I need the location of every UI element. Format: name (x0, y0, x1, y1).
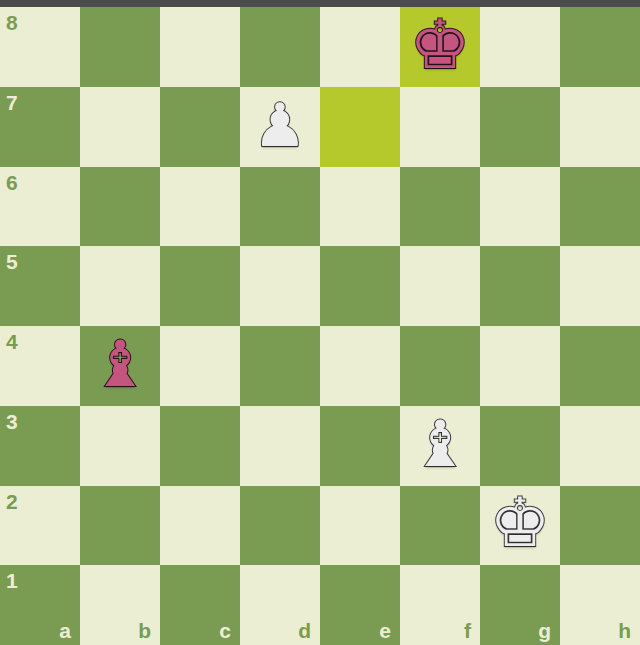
rank-label-6: 6 (6, 172, 18, 193)
square-b2[interactable] (80, 486, 160, 566)
square-f2[interactable] (400, 486, 480, 566)
square-h3[interactable] (560, 406, 640, 486)
square-g3[interactable] (480, 406, 560, 486)
file-label-b: b (138, 620, 151, 641)
square-h1[interactable]: h (560, 565, 640, 645)
rank-label-3: 3 (6, 411, 18, 432)
chess-board: 8♚7♟654♝3♝2♚1abcdefgh (0, 7, 640, 645)
square-f5[interactable] (400, 246, 480, 326)
square-h7[interactable] (560, 87, 640, 167)
square-c6[interactable] (160, 167, 240, 247)
file-label-h: h (618, 620, 631, 641)
square-b7[interactable] (80, 87, 160, 167)
square-e8[interactable] (320, 7, 400, 87)
square-f4[interactable] (400, 326, 480, 406)
square-c5[interactable] (160, 246, 240, 326)
square-a6[interactable]: 6 (0, 167, 80, 247)
square-g1[interactable]: g (480, 565, 560, 645)
square-a8[interactable]: 8 (0, 7, 80, 87)
rank-label-2: 2 (6, 491, 18, 512)
square-e7[interactable] (320, 87, 400, 167)
square-d3[interactable] (240, 406, 320, 486)
square-a7[interactable]: 7 (0, 87, 80, 167)
piece-white-bishop-f3[interactable]: ♝ (411, 412, 468, 476)
square-d6[interactable] (240, 167, 320, 247)
square-a5[interactable]: 5 (0, 246, 80, 326)
square-f1[interactable]: f (400, 565, 480, 645)
square-d5[interactable] (240, 246, 320, 326)
rank-label-4: 4 (6, 331, 18, 352)
piece-black-bishop-b4[interactable]: ♝ (91, 332, 148, 396)
chess-app-window: 8♚7♟654♝3♝2♚1abcdefgh (0, 0, 640, 645)
square-f7[interactable] (400, 87, 480, 167)
square-b1[interactable]: b (80, 565, 160, 645)
square-a4[interactable]: 4 (0, 326, 80, 406)
square-e6[interactable] (320, 167, 400, 247)
square-g4[interactable] (480, 326, 560, 406)
square-e2[interactable] (320, 486, 400, 566)
square-d8[interactable] (240, 7, 320, 87)
square-g2[interactable]: ♚ (480, 486, 560, 566)
square-g8[interactable] (480, 7, 560, 87)
square-h4[interactable] (560, 326, 640, 406)
square-e1[interactable]: e (320, 565, 400, 645)
square-e5[interactable] (320, 246, 400, 326)
file-label-f: f (464, 620, 471, 641)
square-d1[interactable]: d (240, 565, 320, 645)
square-e3[interactable] (320, 406, 400, 486)
square-a3[interactable]: 3 (0, 406, 80, 486)
square-b5[interactable] (80, 246, 160, 326)
square-h5[interactable] (560, 246, 640, 326)
square-b4[interactable]: ♝ (80, 326, 160, 406)
square-b8[interactable] (80, 7, 160, 87)
square-a1[interactable]: 1a (0, 565, 80, 645)
file-label-d: d (298, 620, 311, 641)
square-f3[interactable]: ♝ (400, 406, 480, 486)
rank-label-7: 7 (6, 92, 18, 113)
square-h2[interactable] (560, 486, 640, 566)
file-label-a: a (59, 620, 71, 641)
file-label-g: g (538, 620, 551, 641)
square-c3[interactable] (160, 406, 240, 486)
square-f8[interactable]: ♚ (400, 7, 480, 87)
square-c7[interactable] (160, 87, 240, 167)
square-c4[interactable] (160, 326, 240, 406)
square-g6[interactable] (480, 167, 560, 247)
square-h6[interactable] (560, 167, 640, 247)
piece-white-pawn-d7[interactable]: ♟ (253, 95, 307, 155)
square-b6[interactable] (80, 167, 160, 247)
square-a2[interactable]: 2 (0, 486, 80, 566)
file-label-c: c (219, 620, 231, 641)
piece-white-king-g2[interactable]: ♚ (490, 489, 551, 557)
rank-label-1: 1 (6, 570, 18, 591)
square-h8[interactable] (560, 7, 640, 87)
square-b3[interactable] (80, 406, 160, 486)
square-g5[interactable] (480, 246, 560, 326)
square-c2[interactable] (160, 486, 240, 566)
square-g7[interactable] (480, 87, 560, 167)
square-c1[interactable]: c (160, 565, 240, 645)
square-d2[interactable] (240, 486, 320, 566)
square-d4[interactable] (240, 326, 320, 406)
square-e4[interactable] (320, 326, 400, 406)
rank-label-8: 8 (6, 12, 18, 33)
window-top-bar (0, 0, 640, 7)
square-f6[interactable] (400, 167, 480, 247)
piece-black-king-f8[interactable]: ♚ (410, 11, 471, 79)
square-d7[interactable]: ♟ (240, 87, 320, 167)
file-label-e: e (379, 620, 391, 641)
rank-label-5: 5 (6, 251, 18, 272)
square-c8[interactable] (160, 7, 240, 87)
